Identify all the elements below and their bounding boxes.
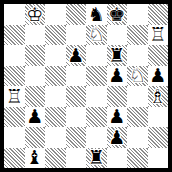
knight-outline-glyph: ♘ [86, 25, 107, 46]
rook-fill-glyph: ♜ [148, 25, 169, 46]
square-d2[interactable] [66, 127, 87, 148]
pawn-glyph: ♟ [66, 45, 87, 66]
square-h1[interactable] [148, 148, 169, 169]
black-pawn[interactable]: ♟ [148, 66, 169, 87]
square-a4[interactable]: ♜♖ [4, 86, 25, 107]
square-c7[interactable] [45, 25, 66, 46]
king-fill-glyph: ♚ [25, 4, 46, 25]
square-b6[interactable] [25, 45, 46, 66]
pawn-glyph: ♟ [107, 66, 128, 87]
square-e2[interactable] [86, 127, 107, 148]
king-outline-glyph: ♔ [25, 4, 46, 25]
square-h6[interactable] [148, 45, 169, 66]
black-pawn[interactable]: ♟ [107, 127, 128, 148]
square-c6[interactable] [45, 45, 66, 66]
pawn-glyph: ♟ [107, 107, 128, 128]
square-g8[interactable] [127, 4, 148, 25]
rook-glyph: ♜ [86, 148, 107, 169]
square-h2[interactable] [148, 127, 169, 148]
knight-fill-glyph: ♞ [127, 66, 148, 87]
square-h4[interactable]: ♝♗ [148, 86, 169, 107]
square-h8[interactable] [148, 4, 169, 25]
square-g5[interactable]: ♞♘ [127, 66, 148, 87]
pawn-glyph: ♟ [148, 66, 169, 87]
square-d6[interactable]: ♟ [66, 45, 87, 66]
square-b3[interactable]: ♟ [25, 107, 46, 128]
square-b7[interactable] [25, 25, 46, 46]
black-rook[interactable]: ♜ [86, 148, 107, 169]
pawn-glyph: ♟ [25, 107, 46, 128]
chess-board: ♚♔♞♚♞♘♜♖♟♜♟♞♘♟♜♖♝♗♟♟♟♝♜ [0, 0, 172, 172]
square-a3[interactable] [4, 107, 25, 128]
square-a1[interactable] [4, 148, 25, 169]
square-d1[interactable] [66, 148, 87, 169]
white-rook[interactable]: ♜♖ [4, 86, 25, 107]
square-d4[interactable] [66, 86, 87, 107]
black-rook[interactable]: ♜ [107, 45, 128, 66]
square-e6[interactable] [86, 45, 107, 66]
black-pawn[interactable]: ♟ [66, 45, 87, 66]
white-rook[interactable]: ♜♖ [148, 25, 169, 46]
white-king[interactable]: ♚♔ [25, 4, 46, 25]
square-c5[interactable] [45, 66, 66, 87]
square-a6[interactable] [4, 45, 25, 66]
square-g1[interactable] [127, 148, 148, 169]
square-b2[interactable] [25, 127, 46, 148]
square-e7[interactable]: ♞♘ [86, 25, 107, 46]
black-pawn[interactable]: ♟ [107, 107, 128, 128]
square-g7[interactable] [127, 25, 148, 46]
rook-outline-glyph: ♖ [148, 25, 169, 46]
square-a2[interactable] [4, 127, 25, 148]
square-d5[interactable] [66, 66, 87, 87]
square-e4[interactable] [86, 86, 107, 107]
square-a7[interactable] [4, 25, 25, 46]
square-a5[interactable] [4, 66, 25, 87]
square-b1[interactable]: ♝ [25, 148, 46, 169]
square-c1[interactable] [45, 148, 66, 169]
square-f1[interactable] [107, 148, 128, 169]
knight-glyph: ♞ [86, 4, 107, 25]
square-a8[interactable] [4, 4, 25, 25]
black-king[interactable]: ♚ [107, 4, 128, 25]
square-f5[interactable]: ♟ [107, 66, 128, 87]
square-c8[interactable] [45, 4, 66, 25]
square-e3[interactable] [86, 107, 107, 128]
pawn-glyph: ♟ [107, 127, 128, 148]
bishop-glyph: ♝ [25, 148, 46, 169]
black-pawn[interactable]: ♟ [107, 66, 128, 87]
knight-fill-glyph: ♞ [86, 25, 107, 46]
rook-fill-glyph: ♜ [4, 86, 25, 107]
square-f6[interactable]: ♜ [107, 45, 128, 66]
rook-outline-glyph: ♖ [4, 86, 25, 107]
board-grid: ♚♔♞♚♞♘♜♖♟♜♟♞♘♟♜♖♝♗♟♟♟♝♜ [4, 4, 168, 168]
square-f7[interactable] [107, 25, 128, 46]
square-b5[interactable] [25, 66, 46, 87]
square-e1[interactable]: ♜ [86, 148, 107, 169]
square-f4[interactable] [107, 86, 128, 107]
square-d3[interactable] [66, 107, 87, 128]
square-g2[interactable] [127, 127, 148, 148]
square-g3[interactable] [127, 107, 148, 128]
rook-glyph: ♜ [107, 45, 128, 66]
square-h5[interactable]: ♟ [148, 66, 169, 87]
black-knight[interactable]: ♞ [86, 4, 107, 25]
square-f2[interactable]: ♟ [107, 127, 128, 148]
square-f3[interactable]: ♟ [107, 107, 128, 128]
square-c2[interactable] [45, 127, 66, 148]
square-h3[interactable] [148, 107, 169, 128]
bishop-fill-glyph: ♝ [148, 86, 169, 107]
square-b4[interactable] [25, 86, 46, 107]
square-f8[interactable]: ♚ [107, 4, 128, 25]
square-c3[interactable] [45, 107, 66, 128]
white-knight[interactable]: ♞♘ [127, 66, 148, 87]
black-bishop[interactable]: ♝ [25, 148, 46, 169]
black-pawn[interactable]: ♟ [25, 107, 46, 128]
square-d8[interactable] [66, 4, 87, 25]
square-e8[interactable]: ♞ [86, 4, 107, 25]
square-d7[interactable] [66, 25, 87, 46]
square-h7[interactable]: ♜♖ [148, 25, 169, 46]
king-glyph: ♚ [107, 4, 128, 25]
white-bishop[interactable]: ♝♗ [148, 86, 169, 107]
square-g6[interactable] [127, 45, 148, 66]
bishop-outline-glyph: ♗ [148, 86, 169, 107]
square-e5[interactable] [86, 66, 107, 87]
square-c4[interactable] [45, 86, 66, 107]
knight-outline-glyph: ♘ [127, 66, 148, 87]
square-g4[interactable] [127, 86, 148, 107]
white-knight[interactable]: ♞♘ [86, 25, 107, 46]
square-b8[interactable]: ♚♔ [25, 4, 46, 25]
